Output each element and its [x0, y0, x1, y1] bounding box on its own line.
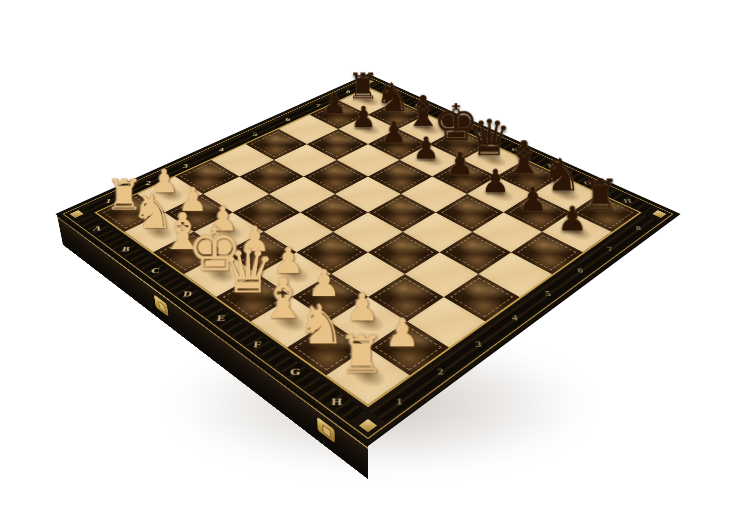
- brass-clasp-icon: [317, 417, 335, 444]
- chess-board: ABCDEFGH ABCDEFGH 87654321 87654321 ♜♞♝♚…: [57, 74, 679, 444]
- board-top-face: ABCDEFGH ABCDEFGH 87654321 87654321 ♜♞♝♚…: [57, 74, 679, 444]
- coordinate-label: 6: [285, 117, 290, 122]
- coordinate-label: 4: [511, 314, 518, 322]
- coordinate-label: H: [331, 396, 342, 407]
- photo-backdrop: ABCDEFGH ABCDEFGH 87654321 87654321 ♜♞♝♚…: [0, 0, 743, 510]
- brass-clasp-icon: [154, 294, 169, 317]
- coordinate-label: 4: [218, 146, 224, 152]
- piece-black-pawn-h7: ♟: [547, 203, 596, 235]
- coordinate-label: 5: [252, 131, 258, 136]
- piece-white-rook-h1: ♜: [332, 331, 391, 380]
- board-grid: ♜♞♝♚♛♝♞♜♟♟♟♟♟♟♟♟♟♟♟♟♟♟♟♟♜♞♝♚♛♝♞♜: [94, 87, 641, 407]
- scene: ABCDEFGH ABCDEFGH 87654321 87654321 ♜♞♝♚…: [148, 0, 588, 434]
- coordinate-label: 6: [576, 267, 583, 274]
